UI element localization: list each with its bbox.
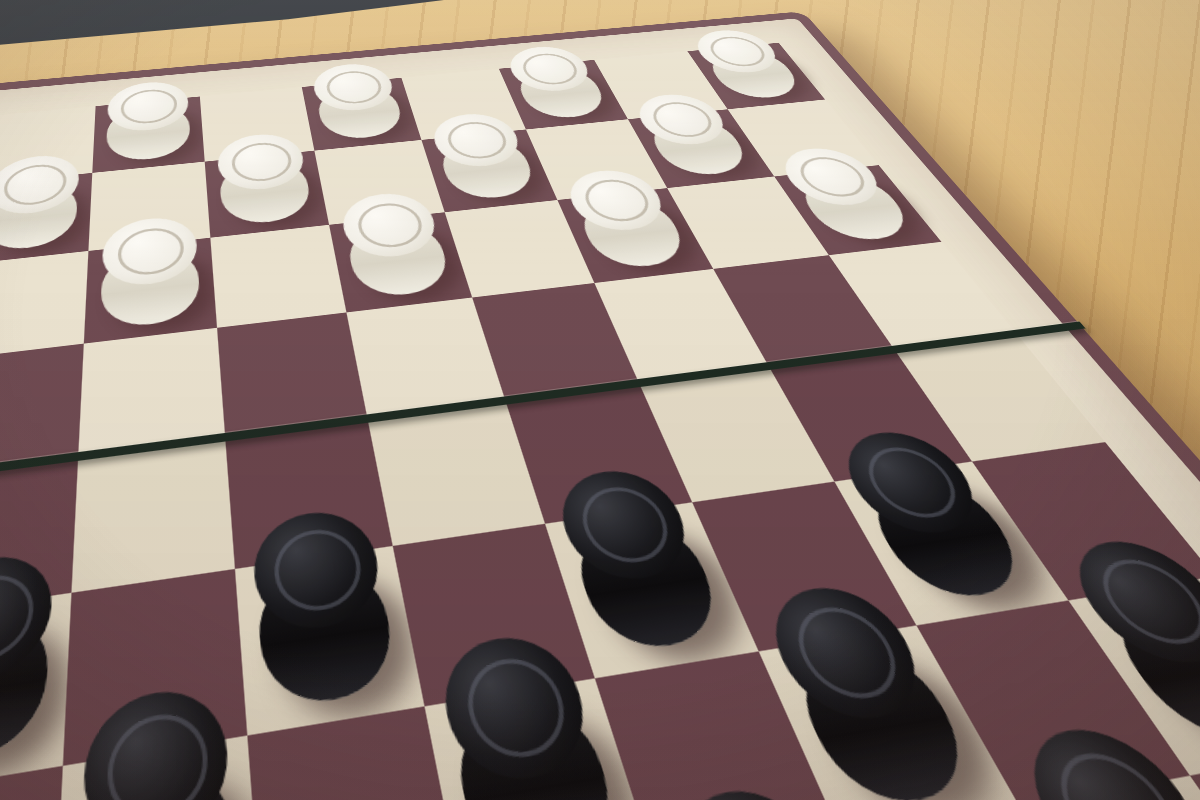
piece-ring-detail (271, 525, 367, 617)
square-g1[interactable] (92, 96, 204, 172)
piece-ring-detail (1, 162, 68, 208)
photo-scene: 12345678hgfedcba МПО бланк ЧБГТ Вильнюс … (0, 0, 1200, 800)
black-man-h6[interactable] (0, 549, 55, 770)
square-h2[interactable] (0, 173, 92, 265)
white-man-h2[interactable] (0, 152, 80, 253)
piece-ring-detail (572, 482, 680, 568)
piece-ring-detail (577, 177, 657, 224)
square-b8[interactable] (1020, 776, 1200, 800)
piece-ring-detail (324, 69, 386, 106)
piece-ring-detail (443, 120, 513, 162)
square-g3[interactable] (84, 238, 217, 344)
piece-ring-detail (118, 225, 185, 278)
square-f2[interactable] (205, 151, 329, 238)
playing-field (0, 43, 1200, 800)
piece-ring-detail (517, 52, 584, 87)
piece-ring-detail (459, 652, 576, 764)
checkers-board: 12345678hgfedcba МПО бланк ЧБГТ Вильнюс … (0, 11, 1200, 800)
white-man-g1[interactable] (106, 79, 192, 163)
piece-ring-detail (702, 35, 773, 69)
piece-ring-detail (230, 140, 294, 184)
square-e1[interactable] (302, 78, 422, 151)
piece-ring-detail (645, 100, 720, 140)
white-man-g3[interactable] (100, 214, 201, 330)
white-man-f2[interactable] (216, 131, 314, 227)
piece-ring-detail (354, 200, 428, 250)
square-f6[interactable] (235, 546, 425, 736)
piece-ring-detail (107, 707, 210, 800)
square-g5[interactable] (71, 436, 235, 593)
piece-ring-detail (121, 87, 178, 125)
square-f3[interactable] (210, 225, 346, 328)
piece-ring-detail (1084, 554, 1200, 650)
piece-ring-detail (790, 154, 876, 199)
